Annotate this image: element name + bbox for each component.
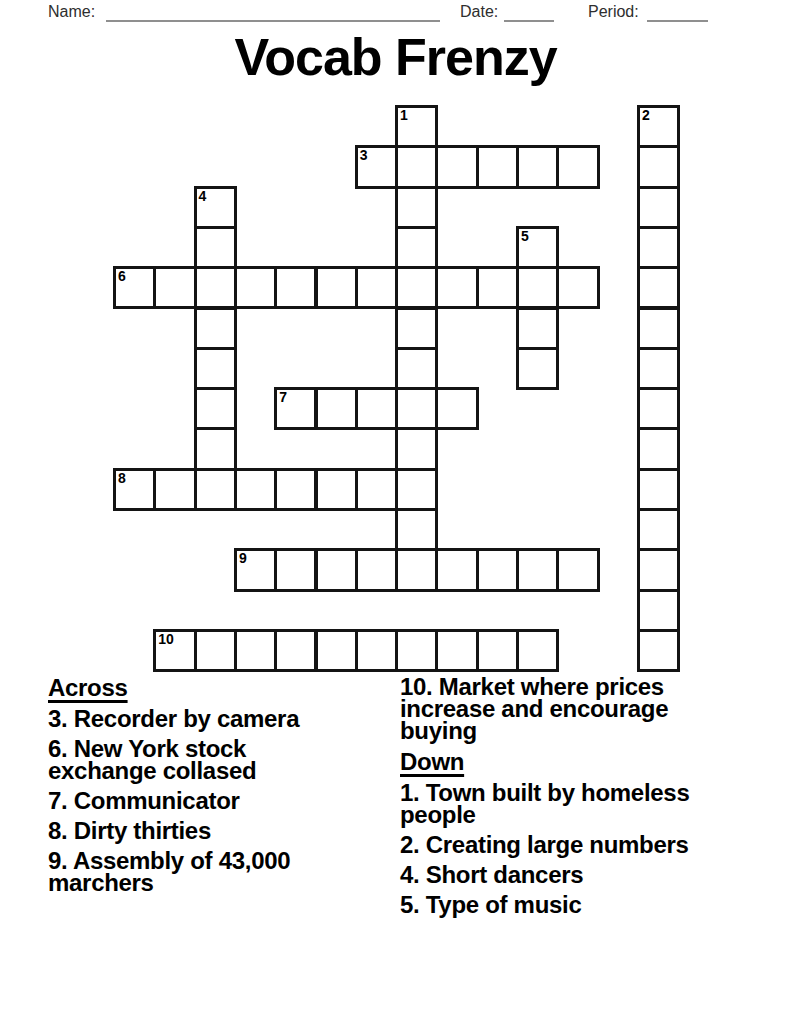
clue-across-8: 8. Dirty thirties: [48, 820, 348, 842]
grid-cell-r13c6[interactable]: [355, 629, 398, 672]
grid-cell-r4c2[interactable]: [194, 266, 237, 309]
grid-cell-r7c7[interactable]: [395, 387, 438, 430]
grid-cell-r4c3[interactable]: [234, 266, 277, 309]
grid-cell-r11c11[interactable]: [556, 548, 599, 591]
grid-cell-r4c5[interactable]: [315, 266, 358, 309]
grid-cell-r9c5[interactable]: [315, 468, 358, 511]
grid-cell-r4c1[interactable]: [153, 266, 196, 309]
grid-cell-r7c5[interactable]: [315, 387, 358, 430]
grid-cell-r7c6[interactable]: [355, 387, 398, 430]
grid-cell-r3c2[interactable]: [194, 226, 237, 269]
period-blank[interactable]: [647, 0, 708, 22]
grid-cell-r9c0[interactable]: 8: [113, 468, 156, 511]
grid-cell-r3c10[interactable]: 5: [516, 226, 559, 269]
grid-cell-r1c8[interactable]: [435, 145, 478, 188]
grid-cell-r12c13[interactable]: [637, 589, 680, 632]
grid-cell-r11c9[interactable]: [476, 548, 519, 591]
grid-cell-r4c8[interactable]: [435, 266, 478, 309]
across-clue-list: 3. Recorder by camera6. New York stock e…: [48, 708, 348, 894]
grid-cell-r13c7[interactable]: [395, 629, 438, 672]
grid-cell-r10c7[interactable]: [395, 508, 438, 551]
grid-cell-r13c10[interactable]: [516, 629, 559, 672]
grid-cell-r4c6[interactable]: [355, 266, 398, 309]
grid-cell-r0c7[interactable]: 1: [395, 105, 438, 148]
grid-cell-r9c13[interactable]: [637, 468, 680, 511]
grid-cell-r3c7[interactable]: [395, 226, 438, 269]
cell-number-9: 9: [239, 551, 247, 566]
name-label: Name:: [48, 3, 95, 21]
across-clues-column: Across 3. Recorder by camera6. New York …: [48, 676, 348, 902]
clue-across-3: 3. Recorder by camera: [48, 708, 348, 730]
grid-cell-r4c10[interactable]: [516, 266, 559, 309]
grid-cell-r3c13[interactable]: [637, 226, 680, 269]
clue-across-6: 6. New York stock exchange collased: [48, 738, 348, 782]
grid-cell-r11c8[interactable]: [435, 548, 478, 591]
date-blank[interactable]: [504, 0, 554, 22]
grid-cell-r2c13[interactable]: [637, 186, 680, 229]
clue-across-7: 7. Communicator: [48, 790, 348, 812]
grid-cell-r4c11[interactable]: [556, 266, 599, 309]
grid-cell-r7c13[interactable]: [637, 387, 680, 430]
grid-cell-r8c7[interactable]: [395, 427, 438, 470]
grid-cell-r4c4[interactable]: [274, 266, 317, 309]
grid-cell-r8c2[interactable]: [194, 427, 237, 470]
grid-cell-r13c13[interactable]: [637, 629, 680, 672]
clue-across-10: 10. Market where prices increase and enc…: [400, 676, 740, 742]
grid-cell-r11c4[interactable]: [274, 548, 317, 591]
down-clues-column: 10. Market where prices increase and enc…: [400, 676, 740, 924]
cell-number-10: 10: [158, 632, 174, 647]
grid-cell-r13c2[interactable]: [194, 629, 237, 672]
cell-number-6: 6: [118, 269, 126, 284]
clue-down-1: 1. Town built by homeless people: [400, 782, 740, 826]
grid-cell-r6c10[interactable]: [516, 347, 559, 390]
crossword-grid: 12345678910: [113, 105, 681, 673]
grid-cell-r11c7[interactable]: [395, 548, 438, 591]
grid-cell-r11c6[interactable]: [355, 548, 398, 591]
cell-number-3: 3: [360, 148, 368, 163]
clue-down-5: 5. Type of music: [400, 894, 740, 916]
grid-cell-r13c1[interactable]: 10: [153, 629, 196, 672]
grid-cell-r13c3[interactable]: [234, 629, 277, 672]
cell-number-2: 2: [642, 108, 650, 123]
grid-cell-r1c6[interactable]: 3: [355, 145, 398, 188]
period-label: Period:: [588, 3, 639, 21]
grid-cell-r1c13[interactable]: [637, 145, 680, 188]
grid-cell-r4c9[interactable]: [476, 266, 519, 309]
grid-cell-r1c11[interactable]: [556, 145, 599, 188]
grid-cell-r2c7[interactable]: [395, 186, 438, 229]
grid-cell-r1c10[interactable]: [516, 145, 559, 188]
grid-cell-r5c10[interactable]: [516, 307, 559, 350]
date-label: Date:: [460, 3, 498, 21]
name-blank[interactable]: [106, 0, 440, 22]
puzzle-title: Vocab Frenzy: [0, 28, 791, 86]
clue-across-9: 9. Assembly of 43,000 marchers: [48, 850, 348, 894]
grid-cell-r9c4[interactable]: [274, 468, 317, 511]
grid-cell-r1c7[interactable]: [395, 145, 438, 188]
across-heading: Across: [48, 676, 348, 699]
grid-cell-r5c2[interactable]: [194, 307, 237, 350]
grid-cell-r7c8[interactable]: [435, 387, 478, 430]
grid-cell-r0c13[interactable]: 2: [637, 105, 680, 148]
grid-cell-r1c9[interactable]: [476, 145, 519, 188]
grid-cell-r9c6[interactable]: [355, 468, 398, 511]
grid-cell-r9c1[interactable]: [153, 468, 196, 511]
grid-cell-r7c4[interactable]: 7: [274, 387, 317, 430]
grid-cell-r5c13[interactable]: [637, 307, 680, 350]
grid-cell-r13c9[interactable]: [476, 629, 519, 672]
grid-cell-r13c5[interactable]: [315, 629, 358, 672]
grid-cell-r13c8[interactable]: [435, 629, 478, 672]
worksheet-page: Name: Date: Period: Vocab Frenzy 1234567…: [0, 0, 791, 1024]
grid-cell-r9c2[interactable]: [194, 468, 237, 511]
grid-cell-r10c13[interactable]: [637, 508, 680, 551]
clue-down-4: 4. Short dancers: [400, 864, 740, 886]
grid-cell-r4c0[interactable]: 6: [113, 266, 156, 309]
grid-cell-r4c13[interactable]: [637, 266, 680, 309]
grid-cell-r13c4[interactable]: [274, 629, 317, 672]
cell-number-4: 4: [199, 189, 207, 204]
cell-number-1: 1: [400, 108, 408, 123]
grid-cell-r11c3[interactable]: 9: [234, 548, 277, 591]
grid-cell-r2c2[interactable]: 4: [194, 186, 237, 229]
grid-cell-r6c13[interactable]: [637, 347, 680, 390]
down-heading: Down: [400, 750, 740, 773]
grid-cell-r4c7[interactable]: [395, 266, 438, 309]
cell-number-7: 7: [279, 390, 287, 405]
grid-cell-r7c2[interactable]: [194, 387, 237, 430]
clue-down-2: 2. Creating large numbers: [400, 834, 740, 856]
grid-cell-r9c7[interactable]: [395, 468, 438, 511]
grid-cell-r6c2[interactable]: [194, 347, 237, 390]
grid-cell-r9c3[interactable]: [234, 468, 277, 511]
grid-cell-r11c13[interactable]: [637, 548, 680, 591]
grid-cell-r6c7[interactable]: [395, 347, 438, 390]
grid-cell-r8c13[interactable]: [637, 427, 680, 470]
grid-cell-r11c5[interactable]: [315, 548, 358, 591]
down-clue-list: 1. Town built by homeless people2. Creat…: [400, 782, 740, 916]
grid-cell-r11c10[interactable]: [516, 548, 559, 591]
across-clue-overflow: 10. Market where prices increase and enc…: [400, 676, 740, 742]
grid-cell-r5c7[interactable]: [395, 307, 438, 350]
cell-number-5: 5: [521, 229, 529, 244]
cell-number-8: 8: [118, 471, 126, 486]
